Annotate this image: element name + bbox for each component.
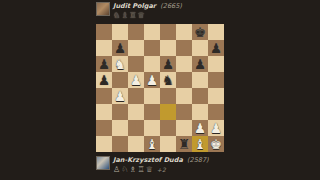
top-captured-tray: ♞♝♜♛ xyxy=(113,12,182,20)
square-h3[interactable] xyxy=(208,104,224,120)
square-a8[interactable] xyxy=(96,24,112,40)
square-g2[interactable]: ♟ xyxy=(192,120,208,136)
square-a5[interactable]: ♟ xyxy=(96,72,112,88)
square-c3[interactable] xyxy=(128,104,144,120)
square-e4[interactable] xyxy=(160,88,176,104)
white-pawn-h2: ♟ xyxy=(210,120,222,136)
square-f4[interactable] xyxy=(176,88,192,104)
square-e8[interactable] xyxy=(160,24,176,40)
square-g1[interactable]: ♝ xyxy=(192,136,208,152)
black-knight-e5: ♞ xyxy=(162,72,174,88)
square-d3[interactable] xyxy=(144,104,160,120)
bottom-player-name-line: Jan-Krzysztof Duda (2587) xyxy=(113,157,209,164)
white-pawn-g2: ♟ xyxy=(194,120,206,136)
square-a6[interactable]: ♟ xyxy=(96,56,112,72)
square-b5[interactable] xyxy=(112,72,128,88)
square-g7[interactable] xyxy=(192,40,208,56)
top-player-avatar xyxy=(96,2,110,16)
white-bishop-d1: ♝ xyxy=(146,136,158,152)
square-d5[interactable]: ♟ xyxy=(144,72,160,88)
square-c4[interactable] xyxy=(128,88,144,104)
top-player-rating: (2665) xyxy=(160,2,182,10)
square-f2[interactable] xyxy=(176,120,192,136)
black-pawn-a6: ♟ xyxy=(98,56,110,72)
square-f1[interactable]: ♜ xyxy=(176,136,192,152)
square-c5[interactable]: ♟ xyxy=(128,72,144,88)
square-g4[interactable] xyxy=(192,88,208,104)
bottom-captured-tray: ♙♘♗♖♕+2 xyxy=(113,166,209,174)
square-c1[interactable] xyxy=(128,136,144,152)
square-d7[interactable] xyxy=(144,40,160,56)
square-d1[interactable]: ♝ xyxy=(144,136,160,152)
bottom-player-bar: Jan-Krzysztof Duda (2587) ♙♘♗♖♕+2 xyxy=(96,156,276,174)
square-d2[interactable] xyxy=(144,120,160,136)
square-f6[interactable] xyxy=(176,56,192,72)
square-a7[interactable] xyxy=(96,40,112,56)
square-b4[interactable]: ♟ xyxy=(112,88,128,104)
square-c2[interactable] xyxy=(128,120,144,136)
square-e1[interactable] xyxy=(160,136,176,152)
white-knight-b6: ♞ xyxy=(114,56,126,72)
square-d8[interactable] xyxy=(144,24,160,40)
square-g6[interactable]: ♟ xyxy=(192,56,208,72)
square-f5[interactable] xyxy=(176,72,192,88)
square-c6[interactable] xyxy=(128,56,144,72)
square-g5[interactable] xyxy=(192,72,208,88)
square-e2[interactable] xyxy=(160,120,176,136)
square-b7[interactable]: ♟ xyxy=(112,40,128,56)
square-d4[interactable] xyxy=(144,88,160,104)
square-b1[interactable] xyxy=(112,136,128,152)
square-h5[interactable] xyxy=(208,72,224,88)
square-b8[interactable] xyxy=(112,24,128,40)
bottom-player-avatar xyxy=(96,156,110,170)
top-player-name: Judit Polgar xyxy=(113,2,156,10)
square-h1[interactable]: ♚ xyxy=(208,136,224,152)
bottom-player-name: Jan-Krzysztof Duda xyxy=(113,156,183,164)
square-a3[interactable] xyxy=(96,104,112,120)
app-frame: Judit Polgar (2665) ♞♝♜♛ ♚♟♟♟♞♟♟♟♟♟♞♟♟♟♝… xyxy=(0,0,320,180)
black-pawn-e6: ♟ xyxy=(162,56,174,72)
square-b6[interactable]: ♞ xyxy=(112,56,128,72)
white-pawn-c5: ♟ xyxy=(130,72,142,88)
black-pawn-a5: ♟ xyxy=(98,72,110,88)
square-a4[interactable] xyxy=(96,88,112,104)
white-pawn-b4: ♟ xyxy=(114,88,126,104)
square-h8[interactable] xyxy=(208,24,224,40)
square-c7[interactable] xyxy=(128,40,144,56)
white-pawn-d5: ♟ xyxy=(146,72,158,88)
square-h2[interactable]: ♟ xyxy=(208,120,224,136)
material-advantage: +2 xyxy=(157,166,166,173)
top-player-bar: Judit Polgar (2665) ♞♝♜♛ xyxy=(96,2,276,20)
square-f3[interactable] xyxy=(176,104,192,120)
square-h7[interactable]: ♟ xyxy=(208,40,224,56)
square-e5[interactable]: ♞ xyxy=(160,72,176,88)
black-king-g8: ♚ xyxy=(194,24,206,40)
square-b2[interactable] xyxy=(112,120,128,136)
square-c8[interactable] xyxy=(128,24,144,40)
square-f7[interactable] xyxy=(176,40,192,56)
square-d6[interactable] xyxy=(144,56,160,72)
square-e6[interactable]: ♟ xyxy=(160,56,176,72)
square-a1[interactable] xyxy=(96,136,112,152)
black-pawn-g6: ♟ xyxy=(194,56,206,72)
white-bishop-g1: ♝ xyxy=(194,136,206,152)
bottom-captured-glyphs: ♙♘♗♖♕ xyxy=(113,165,154,174)
square-h6[interactable] xyxy=(208,56,224,72)
square-h4[interactable] xyxy=(208,88,224,104)
square-f8[interactable] xyxy=(176,24,192,40)
square-g8[interactable]: ♚ xyxy=(192,24,208,40)
black-rook-f1: ♜ xyxy=(178,136,190,152)
square-b3[interactable] xyxy=(112,104,128,120)
square-e3[interactable] xyxy=(160,104,176,120)
black-pawn-b7: ♟ xyxy=(114,40,126,56)
square-e7[interactable] xyxy=(160,40,176,56)
top-player-name-line: Judit Polgar (2665) xyxy=(113,3,182,10)
black-pawn-h7: ♟ xyxy=(210,40,222,56)
chess-board[interactable]: ♚♟♟♟♞♟♟♟♟♟♞♟♟♟♝♜♝♚ xyxy=(96,24,224,152)
bottom-player-rating: (2587) xyxy=(187,156,209,164)
square-g3[interactable] xyxy=(192,104,208,120)
square-a2[interactable] xyxy=(96,120,112,136)
white-king-h1: ♚ xyxy=(210,136,222,152)
